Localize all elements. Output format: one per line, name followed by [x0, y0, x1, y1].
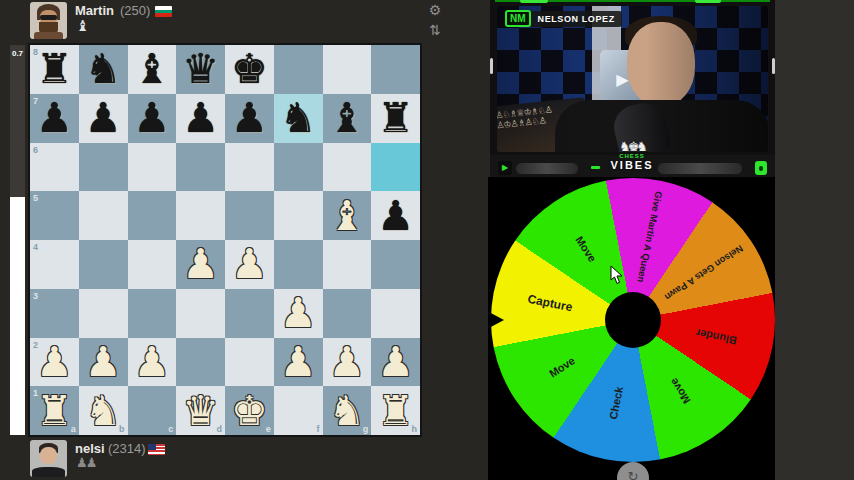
file-label: d — [217, 424, 223, 434]
captured-pieces: ♟♟ — [76, 455, 95, 470]
square-a1[interactable]: 1a♜ — [30, 386, 79, 435]
nm-title-badge: NM — [505, 10, 531, 27]
bezel-mark — [490, 58, 493, 74]
bulgaria-flag-icon — [155, 6, 172, 17]
file-label: f — [317, 424, 320, 434]
wheel-segment-label: Check — [607, 386, 625, 421]
square-b2[interactable]: ♟ — [79, 338, 128, 387]
player-name[interactable]: nelsi — [75, 441, 105, 456]
black-rook[interactable]: ♜ — [377, 94, 414, 142]
square-b7[interactable]: ♟ — [79, 94, 128, 143]
player-name[interactable]: Martin — [75, 3, 114, 18]
avatar[interactable] — [30, 440, 67, 477]
square-h8[interactable] — [371, 45, 420, 94]
eval-score: 0.7 — [10, 49, 25, 58]
spin-wheel[interactable]: Give Martin A QueenNelson Gets A PawnBlu… — [491, 178, 775, 462]
settings-gear-icon[interactable]: ⚙ — [426, 2, 444, 18]
black-queen[interactable]: ♛ — [182, 45, 219, 93]
square-c8[interactable]: ♝ — [128, 45, 177, 94]
wheel-segment-label: Move — [547, 354, 577, 380]
black-pawn[interactable]: ♟ — [231, 94, 268, 142]
avatar[interactable] — [30, 2, 67, 39]
square-d3[interactable] — [176, 289, 225, 338]
square-b3[interactable] — [79, 289, 128, 338]
square-a4[interactable]: 4 — [30, 240, 79, 289]
square-a7[interactable]: 7♟ — [30, 94, 79, 143]
white-pawn[interactable]: ♟ — [280, 338, 317, 386]
square-b8[interactable]: ♞ — [79, 45, 128, 94]
wheel-segment-label: Give Martin A Queen — [635, 190, 664, 283]
file-label: g — [363, 424, 369, 434]
square-c5[interactable] — [128, 191, 177, 240]
rank-label: 2 — [33, 340, 38, 350]
white-pawn[interactable]: ♟ — [85, 338, 122, 386]
white-pawn[interactable]: ♟ — [133, 338, 170, 386]
rank-label: 7 — [33, 96, 38, 106]
square-e8[interactable]: ♚ — [225, 45, 274, 94]
square-d2[interactable] — [176, 338, 225, 387]
player-top: Martin (250) ♝ — [28, 0, 448, 40]
wheel-hub — [605, 292, 661, 348]
black-king[interactable]: ♚ — [231, 45, 268, 93]
rank-label: 8 — [33, 47, 38, 57]
square-h1[interactable]: h♜ — [371, 386, 420, 435]
black-pawn[interactable]: ♟ — [133, 94, 170, 142]
bar-pill — [516, 163, 578, 174]
square-f2[interactable]: ♟ — [274, 338, 323, 387]
square-g8[interactable] — [323, 45, 372, 94]
wheel-segment-label: Nelson Gets A Pawn — [663, 243, 746, 303]
square-f6[interactable] — [274, 143, 323, 192]
eval-bar: 0.7 — [10, 45, 25, 435]
square-g4[interactable] — [323, 240, 372, 289]
lighting-shade — [497, 6, 768, 152]
black-pawn[interactable]: ♟ — [85, 94, 122, 142]
file-label: b — [119, 424, 125, 434]
rank-label: 3 — [33, 291, 38, 301]
square-a6[interactable]: 6 — [30, 143, 79, 192]
rank-label: 5 — [33, 193, 38, 203]
square-g2[interactable]: ♟ — [323, 338, 372, 387]
black-pawn[interactable]: ♟ — [377, 192, 414, 240]
wheel-panel: Give Martin A QueenNelson Gets A PawnBlu… — [488, 177, 775, 480]
square-g1[interactable]: g♞ — [323, 386, 372, 435]
square-f3[interactable]: ♟ — [274, 289, 323, 338]
wheel-pointer-icon — [488, 311, 504, 329]
player-bottom: nelsi (2314) ♟♟ — [28, 438, 448, 478]
white-pawn[interactable]: ♟ — [36, 338, 73, 386]
square-a3[interactable]: 3 — [30, 289, 79, 338]
app-root: Martin (250) ♝ ⚙ ⇅ 0.7 8♜♞♝♛♚7♟♟♟♟♟♞♝♜65… — [0, 0, 854, 480]
square-g3[interactable] — [323, 289, 372, 338]
rank-label: 1 — [33, 388, 38, 398]
usa-flag-icon — [148, 444, 165, 455]
square-f1[interactable]: f — [274, 386, 323, 435]
white-knight[interactable]: ♞ — [328, 387, 365, 435]
spin-button[interactable]: ↻ — [617, 462, 649, 480]
wheel-segment-label: Blunder — [694, 327, 737, 347]
square-e1[interactable]: e♚ — [225, 386, 274, 435]
flip-board-icon[interactable]: ⇅ — [426, 22, 444, 38]
square-d6[interactable] — [176, 143, 225, 192]
square-e4[interactable]: ♟ — [225, 240, 274, 289]
green-lock-icon — [755, 161, 767, 175]
square-h5[interactable]: ♟ — [371, 191, 420, 240]
square-e6[interactable] — [225, 143, 274, 192]
logo-pieces-icon: ♞♚♞ — [610, 140, 653, 153]
captured-pieces: ♝ — [76, 17, 89, 35]
square-c2[interactable]: ♟ — [128, 338, 177, 387]
square-h3[interactable] — [371, 289, 420, 338]
player-rating: (2314) — [108, 441, 146, 456]
file-label: h — [412, 424, 418, 434]
square-d4[interactable]: ♟ — [176, 240, 225, 289]
wheel-segment-label: Move — [573, 234, 599, 264]
square-e5[interactable] — [225, 191, 274, 240]
white-pawn[interactable]: ♟ — [377, 338, 414, 386]
black-pawn[interactable]: ♟ — [36, 94, 73, 142]
background-strip — [775, 0, 854, 480]
square-g7[interactable]: ♝ — [323, 94, 372, 143]
black-knight[interactable]: ♞ — [85, 45, 122, 93]
white-knight[interactable]: ♞ — [85, 387, 122, 435]
webcam-frame: ♙♘♗♕♔♗♘♙ ♙♔♙♗♙♘♙ ▶ NM NELSON LOPEZ ▶ ♞♚♞… — [490, 0, 775, 182]
rank-label: 6 — [33, 145, 38, 155]
bezel-mark — [772, 58, 775, 74]
square-d5[interactable] — [176, 191, 225, 240]
webcam-video: ♙♘♗♕♔♗♘♙ ♙♔♙♗♙♘♙ ▶ NM NELSON LOPEZ — [497, 6, 768, 152]
file-label: a — [71, 424, 76, 434]
white-pawn[interactable]: ♟ — [182, 240, 219, 288]
square-e7[interactable]: ♟ — [225, 94, 274, 143]
file-label: e — [266, 424, 271, 434]
green-play-icon: ▶ — [498, 161, 512, 175]
white-queen[interactable]: ♛ — [182, 387, 219, 435]
white-rook[interactable]: ♜ — [377, 387, 414, 435]
square-d8[interactable]: ♛ — [176, 45, 225, 94]
rank-label: 4 — [33, 242, 38, 252]
bar-pill — [658, 163, 742, 174]
square-d7[interactable]: ♟ — [176, 94, 225, 143]
square-f4[interactable] — [274, 240, 323, 289]
white-pawn[interactable]: ♟ — [280, 289, 317, 337]
square-c1[interactable]: c — [128, 386, 177, 435]
square-g5[interactable]: ♝ — [323, 191, 372, 240]
square-a5[interactable]: 5 — [30, 191, 79, 240]
square-b4[interactable] — [79, 240, 128, 289]
square-b6[interactable] — [79, 143, 128, 192]
white-pawn[interactable]: ♟ — [231, 240, 268, 288]
file-label: c — [168, 424, 173, 434]
square-b5[interactable] — [79, 191, 128, 240]
wheel-segment-label: Move — [667, 376, 693, 406]
player-rating: (250) — [120, 3, 150, 18]
green-dash-icon — [591, 166, 600, 169]
square-c3[interactable] — [128, 289, 177, 338]
square-h4[interactable] — [371, 240, 420, 289]
chess-board: 8♜♞♝♛♚7♟♟♟♟♟♞♝♜65♝♟4♟♟3♟2♟♟♟♟♟♟1a♜b♞cd♛e… — [30, 45, 420, 435]
square-c4[interactable] — [128, 240, 177, 289]
square-c7[interactable]: ♟ — [128, 94, 177, 143]
chess-vibes-logo: ♞♚♞ CHESS VIBES — [610, 140, 653, 171]
webcam-accent-line — [495, 0, 770, 2]
wheel-segment-label: Capture — [526, 292, 573, 315]
square-h7[interactable]: ♜ — [371, 94, 420, 143]
square-a2[interactable]: 2♟ — [30, 338, 79, 387]
white-pawn[interactable]: ♟ — [328, 338, 365, 386]
streamer-name: NELSON LOPEZ — [531, 11, 622, 27]
white-king[interactable]: ♚ — [231, 387, 268, 435]
black-bishop[interactable]: ♝ — [328, 94, 365, 142]
square-e3[interactable] — [225, 289, 274, 338]
square-h6[interactable] — [371, 143, 420, 192]
square-e2[interactable] — [225, 338, 274, 387]
square-h2[interactable]: ♟ — [371, 338, 420, 387]
mouse-cursor — [610, 265, 624, 289]
black-knight[interactable]: ♞ — [280, 94, 317, 142]
square-b1[interactable]: b♞ — [79, 386, 128, 435]
square-f8[interactable] — [274, 45, 323, 94]
black-bishop[interactable]: ♝ — [133, 45, 170, 93]
square-c6[interactable] — [128, 143, 177, 192]
black-pawn[interactable]: ♟ — [182, 94, 219, 142]
eval-white — [10, 197, 25, 435]
square-d1[interactable]: d♛ — [176, 386, 225, 435]
square-f7[interactable]: ♞ — [274, 94, 323, 143]
square-a8[interactable]: 8♜ — [30, 45, 79, 94]
square-g6[interactable] — [323, 143, 372, 192]
white-bishop[interactable]: ♝ — [328, 192, 365, 240]
streamer-title: NM NELSON LOPEZ — [505, 10, 622, 27]
square-f5[interactable] — [274, 191, 323, 240]
white-rook[interactable]: ♜ — [36, 387, 73, 435]
black-rook[interactable]: ♜ — [36, 45, 73, 93]
